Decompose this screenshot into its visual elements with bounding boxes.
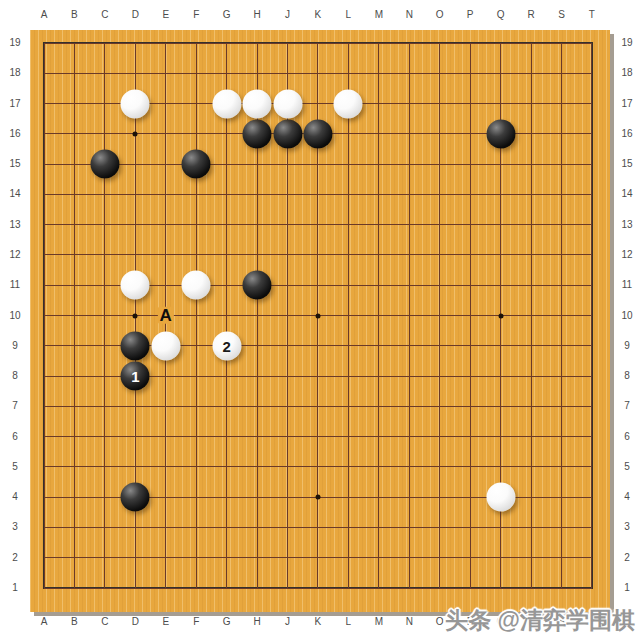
star-point <box>315 313 320 318</box>
row-label-left: 11 <box>10 280 20 290</box>
column-label-bottom: G <box>223 617 231 627</box>
column-label-top: R <box>527 10 534 20</box>
column-label-bottom: K <box>315 617 322 627</box>
column-label-top: B <box>71 10 78 20</box>
row-label-left: 7 <box>12 401 18 411</box>
black-stone <box>182 150 211 179</box>
watermark: 头条 @清弈学围棋 <box>445 605 635 636</box>
row-label-left: 8 <box>12 371 18 381</box>
row-label-right: 11 <box>622 280 632 290</box>
grid-line-vertical <box>591 43 592 588</box>
go-board-grid: 12A <box>44 43 592 588</box>
row-label-right: 7 <box>624 401 630 411</box>
column-label-bottom: F <box>193 617 199 627</box>
row-label-left: 1 <box>12 583 18 593</box>
column-label-top: T <box>589 10 595 20</box>
black-stone <box>121 483 150 512</box>
row-label-right: 17 <box>621 99 632 109</box>
black-stone <box>90 150 119 179</box>
column-label-top: L <box>346 10 352 20</box>
row-label-left: 9 <box>12 341 18 351</box>
row-label-left: 3 <box>12 522 18 532</box>
grid-line-vertical <box>531 43 532 588</box>
row-label-right: 8 <box>624 371 630 381</box>
column-label-bottom: H <box>253 617 260 627</box>
row-label-right: 18 <box>621 68 632 78</box>
black-stone <box>273 119 302 148</box>
row-label-left: 15 <box>9 159 20 169</box>
column-label-bottom: L <box>346 617 352 627</box>
column-label-top: A <box>41 10 48 20</box>
white-stone <box>182 271 211 300</box>
grid-line-vertical <box>348 43 349 588</box>
row-label-left: 2 <box>12 553 18 563</box>
row-label-right: 19 <box>621 38 632 48</box>
row-label-left: 17 <box>9 99 20 109</box>
column-label-bottom: E <box>162 617 169 627</box>
column-label-bottom: J <box>285 617 290 627</box>
row-label-left: 5 <box>12 462 18 472</box>
black-stone <box>486 119 515 148</box>
grid-line-horizontal <box>44 406 592 407</box>
black-stone <box>243 119 272 148</box>
star-point <box>133 313 138 318</box>
column-label-top: C <box>101 10 108 20</box>
column-label-bottom: M <box>375 617 383 627</box>
column-label-bottom: N <box>406 617 413 627</box>
row-label-left: 6 <box>12 432 18 442</box>
grid-line-horizontal <box>44 588 592 589</box>
column-label-top: D <box>132 10 139 20</box>
column-label-bottom: B <box>71 617 78 627</box>
row-label-right: 13 <box>621 220 632 230</box>
row-label-right: 16 <box>621 129 632 139</box>
column-label-top: N <box>406 10 413 20</box>
white-stone <box>243 89 272 118</box>
row-label-right: 14 <box>621 189 632 199</box>
grid-line-vertical <box>409 43 410 588</box>
column-label-bottom: A <box>41 617 48 627</box>
column-label-top: J <box>285 10 290 20</box>
row-label-left: 18 <box>9 68 20 78</box>
grid-line-horizontal <box>44 436 592 437</box>
column-label-top: F <box>193 10 199 20</box>
row-label-right: 2 <box>624 553 630 563</box>
white-stone <box>273 89 302 118</box>
white-stone <box>121 89 150 118</box>
star-point <box>315 495 320 500</box>
black-stone <box>121 331 150 360</box>
row-label-right: 5 <box>624 462 630 472</box>
row-label-right: 6 <box>624 432 630 442</box>
row-label-right: 4 <box>624 492 630 502</box>
star-point <box>498 313 503 318</box>
star-point <box>133 131 138 136</box>
column-label-top: Q <box>497 10 505 20</box>
column-label-bottom: O <box>436 617 444 627</box>
row-label-left: 13 <box>9 220 20 230</box>
column-label-top: G <box>223 10 231 20</box>
white-stone <box>151 331 180 360</box>
row-label-right: 1 <box>624 583 630 593</box>
column-label-bottom: C <box>101 617 108 627</box>
white-stone <box>334 89 363 118</box>
row-label-right: 15 <box>621 159 632 169</box>
column-label-top: E <box>162 10 169 20</box>
column-label-top: M <box>375 10 383 20</box>
column-label-top: H <box>253 10 260 20</box>
point-label: A <box>158 306 174 323</box>
grid-line-vertical <box>561 43 562 588</box>
row-label-right: 10 <box>621 311 632 321</box>
move-number: 2 <box>222 338 230 353</box>
grid-line-vertical <box>378 43 379 588</box>
white-stone <box>121 271 150 300</box>
black-stone <box>243 271 272 300</box>
row-label-right: 9 <box>624 341 630 351</box>
column-label-top: P <box>467 10 474 20</box>
white-stone <box>212 89 241 118</box>
grid-line-horizontal <box>44 527 592 528</box>
row-label-left: 14 <box>9 189 20 199</box>
row-label-right: 12 <box>621 250 632 260</box>
go-diagram: 12A AABBCCDDEEFFGGHHJJKKLLMMNNOOPPQQRRSS… <box>0 0 640 640</box>
grid-line-vertical <box>439 43 440 588</box>
row-label-left: 4 <box>12 492 18 502</box>
column-label-bottom: D <box>132 617 139 627</box>
column-label-top: S <box>558 10 565 20</box>
row-label-left: 10 <box>9 311 20 321</box>
column-label-top: K <box>315 10 322 20</box>
grid-line-horizontal <box>44 466 592 467</box>
row-label-right: 3 <box>624 522 630 532</box>
move-number: 1 <box>131 369 139 384</box>
row-label-left: 19 <box>9 38 20 48</box>
white-stone <box>486 483 515 512</box>
grid-line-horizontal <box>44 557 592 558</box>
grid-line-vertical <box>470 43 471 588</box>
column-label-top: O <box>436 10 444 20</box>
black-stone <box>303 119 332 148</box>
row-label-left: 16 <box>9 129 20 139</box>
go-board: 12A <box>30 30 610 612</box>
row-label-left: 12 <box>9 250 20 260</box>
